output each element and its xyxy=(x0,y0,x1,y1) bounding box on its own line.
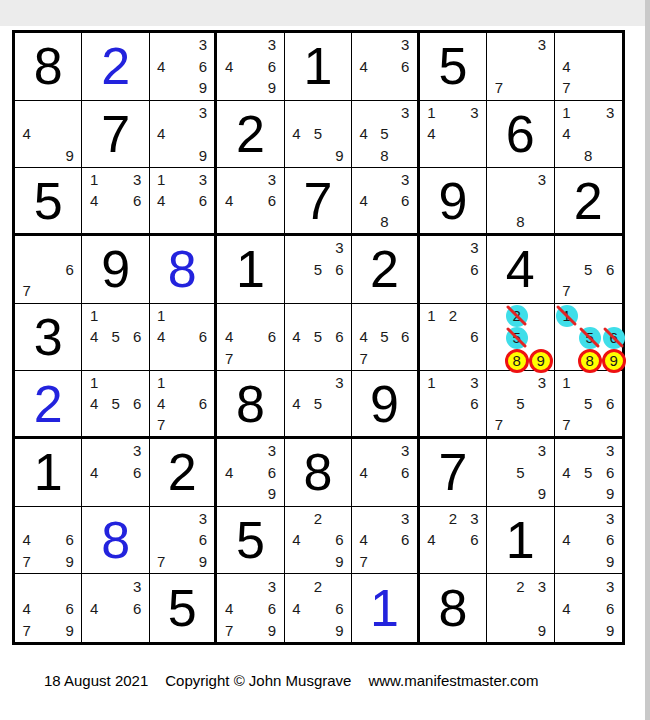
cell-r2c4: 2 xyxy=(217,101,284,169)
candidate: 5 xyxy=(307,393,328,414)
cell-r8c8: 1 xyxy=(487,507,554,575)
candidate: 7 xyxy=(556,414,578,435)
candidate: 3 xyxy=(126,575,147,597)
given-digit: 4 xyxy=(506,243,535,295)
candidate: 1 xyxy=(151,305,172,327)
candidate: 3 xyxy=(531,575,552,597)
candidates: 2469 xyxy=(286,508,350,573)
candidate: 3 xyxy=(126,440,147,462)
cell-r8c4: 5 xyxy=(217,507,284,575)
candidate: 5 xyxy=(577,259,599,281)
candidate: 3 xyxy=(464,102,485,124)
cell-r9c4: 34679 xyxy=(217,574,284,642)
candidate: 3 xyxy=(395,34,416,56)
candidate: 1 xyxy=(421,102,442,124)
candidate: 4 xyxy=(16,529,37,551)
given-digit: 9 xyxy=(370,378,399,430)
candidate: 2 xyxy=(510,575,531,597)
cell-r3c4: 346 xyxy=(217,168,284,236)
candidates: 3469 xyxy=(556,575,621,641)
cell-r2c7: 134 xyxy=(420,101,487,169)
candidates: 4567 xyxy=(353,305,415,370)
candidates: 359 xyxy=(488,440,552,505)
cell-r9c5: 2469 xyxy=(285,574,352,642)
given-digit: 8 xyxy=(34,40,63,92)
candidates: 356 xyxy=(286,237,350,302)
top-band xyxy=(0,0,650,26)
cell-r8c9: 3469 xyxy=(555,507,622,575)
candidate: 4 xyxy=(151,393,172,414)
candidates: 239 xyxy=(488,575,552,641)
given-digit: 5 xyxy=(168,582,197,634)
candidate: 6 xyxy=(599,259,621,281)
cell-r3c1: 5 xyxy=(15,168,82,236)
candidate: 3 xyxy=(261,169,282,190)
candidates: 349 xyxy=(151,102,213,167)
candidates: 136 xyxy=(421,372,485,435)
candidate: 3 xyxy=(599,575,621,597)
candidate: 5 xyxy=(374,326,395,348)
candidates: 37 xyxy=(488,34,552,99)
candidate: 7 xyxy=(556,280,578,302)
cell-r5c6: 4567 xyxy=(352,304,419,372)
candidate: 7 xyxy=(488,414,509,435)
candidate: 4 xyxy=(218,190,239,211)
cell-r2c2: 7 xyxy=(82,101,149,169)
candidate: 3 xyxy=(531,440,552,462)
cell-r6c2: 1456 xyxy=(82,371,149,439)
cell-r8c6: 3467 xyxy=(352,507,419,575)
candidates: 346 xyxy=(218,169,282,232)
given-digit: 2 xyxy=(574,175,603,227)
candidates: 2469 xyxy=(286,575,350,641)
cell-r9c9: 3469 xyxy=(555,574,622,642)
cell-r5c4: 467 xyxy=(217,304,284,372)
footer-date: 18 August 2021 xyxy=(44,672,148,689)
given-digit: 1 xyxy=(236,243,265,295)
solved-digit: 1 xyxy=(370,582,399,634)
candidate: 3 xyxy=(531,372,552,393)
given-digit: 7 xyxy=(101,108,130,160)
candidate: 3 xyxy=(261,575,282,597)
footer: 18 August 2021 Copyright © John Musgrave… xyxy=(44,672,606,689)
candidate: 5 xyxy=(374,123,395,145)
candidate: 6 xyxy=(59,529,80,551)
candidate: 6 xyxy=(193,326,214,348)
cell-r6c8: 357 xyxy=(487,371,554,439)
candidate: 6 xyxy=(599,393,621,414)
candidate: 4 xyxy=(353,326,374,348)
cell-r9c1: 4679 xyxy=(15,574,82,642)
candidate: 5 xyxy=(307,326,328,348)
candidate: 6 xyxy=(193,190,214,211)
cell-r3c5: 7 xyxy=(285,168,352,236)
solved-digit: 2 xyxy=(34,378,63,430)
candidate-eliminated: 6 xyxy=(603,327,625,349)
solved-digit: 8 xyxy=(168,243,197,295)
candidate: 6 xyxy=(261,326,282,348)
given-digit: 1 xyxy=(34,446,63,498)
sudoku-board: 8234693469134653747497349245934581346134… xyxy=(12,30,625,645)
given-digit: 2 xyxy=(236,108,265,160)
candidates: 3467 xyxy=(353,508,415,573)
candidate: 1 xyxy=(83,305,104,327)
candidate: 9 xyxy=(329,145,350,167)
candidate: 4 xyxy=(353,529,374,551)
candidate: 5 xyxy=(510,462,531,484)
candidate: 4 xyxy=(83,462,104,484)
cell-r4c6: 2 xyxy=(352,236,419,304)
candidate: 4 xyxy=(556,123,578,145)
candidate: 4 xyxy=(286,529,307,551)
candidate: 1 xyxy=(421,305,442,327)
candidate: 3 xyxy=(464,508,485,530)
candidate: 3 xyxy=(126,169,147,190)
candidate: 3 xyxy=(464,237,485,259)
candidate: 1 xyxy=(83,169,104,190)
cell-r4c4: 1 xyxy=(217,236,284,304)
cell-r2c9: 1348 xyxy=(555,101,622,169)
candidate: 8 xyxy=(577,145,599,167)
candidate: 6 xyxy=(395,190,416,211)
candidate: 6 xyxy=(329,597,350,619)
footer-website: www.manifestmaster.com xyxy=(368,672,538,689)
candidate: 2 xyxy=(307,575,328,597)
cell-r6c5: 345 xyxy=(285,371,352,439)
candidate: 5 xyxy=(307,123,328,145)
candidate: 7 xyxy=(151,414,172,435)
candidate: 4 xyxy=(286,123,307,145)
candidate: 4 xyxy=(83,326,104,348)
candidates: 38 xyxy=(488,169,552,232)
candidate: 6 xyxy=(395,56,416,78)
candidate: 9 xyxy=(531,619,552,641)
cell-r4c5: 356 xyxy=(285,236,352,304)
right-edge-strip xyxy=(645,0,650,720)
candidate-highlighted: 9 xyxy=(529,349,553,373)
given-digit: 8 xyxy=(304,446,333,498)
candidate: 4 xyxy=(151,123,172,145)
cell-r1c7: 5 xyxy=(420,33,487,101)
candidate: 4 xyxy=(83,393,104,414)
candidates: 1348 xyxy=(556,102,621,167)
candidate: 8 xyxy=(374,211,395,232)
given-digit: 7 xyxy=(304,175,333,227)
cell-r3c6: 3468 xyxy=(352,168,419,236)
candidate: 6 xyxy=(193,56,214,78)
candidate: 3 xyxy=(531,169,552,190)
candidate: 3 xyxy=(531,34,552,56)
candidate: 4 xyxy=(218,56,239,78)
candidate: 5 xyxy=(105,326,126,348)
candidates: 34569 xyxy=(556,440,621,505)
candidate: 6 xyxy=(126,597,147,619)
candidates: 346 xyxy=(353,34,415,99)
candidate: 2 xyxy=(442,508,463,530)
given-digit: 7 xyxy=(438,446,467,498)
cell-r4c1: 67 xyxy=(15,236,82,304)
candidates: 567 xyxy=(556,237,621,302)
candidate: 4 xyxy=(286,393,307,414)
candidates: 4679 xyxy=(16,575,80,641)
candidates: 47 xyxy=(556,34,621,99)
candidate: 1 xyxy=(421,372,442,393)
candidate: 6 xyxy=(261,462,282,484)
given-digit: 1 xyxy=(506,514,535,566)
candidate: 9 xyxy=(599,619,621,641)
candidate: 3 xyxy=(193,508,214,530)
cell-r5c8: 2589 xyxy=(487,304,554,372)
candidate: 8 xyxy=(510,211,531,232)
cell-r1c5: 1 xyxy=(285,33,352,101)
cell-r7c5: 8 xyxy=(285,439,352,507)
cell-r6c1: 2 xyxy=(15,371,82,439)
candidates: 49 xyxy=(16,102,80,167)
cell-r1c8: 37 xyxy=(487,33,554,101)
candidate: 6 xyxy=(395,462,416,484)
candidate: 6 xyxy=(395,326,416,348)
candidates: 345 xyxy=(286,372,350,435)
candidates: 15689 xyxy=(556,305,621,370)
candidate: 4 xyxy=(16,123,37,145)
cell-r9c3: 5 xyxy=(150,574,217,642)
solved-digit: 8 xyxy=(101,514,130,566)
given-digit: 5 xyxy=(438,40,467,92)
candidates: 3469 xyxy=(218,34,282,99)
cell-r3c3: 1346 xyxy=(150,168,217,236)
candidates: 357 xyxy=(488,372,552,435)
candidate: 3 xyxy=(329,372,350,393)
cell-r2c1: 49 xyxy=(15,101,82,169)
candidate: 6 xyxy=(126,190,147,211)
candidate: 9 xyxy=(193,145,214,167)
cell-r6c4: 8 xyxy=(217,371,284,439)
candidates: 3469 xyxy=(151,34,213,99)
candidate: 6 xyxy=(395,529,416,551)
given-digit: 1 xyxy=(304,40,333,92)
candidate: 4 xyxy=(218,326,239,348)
candidate: 1 xyxy=(151,372,172,393)
cell-r2c5: 459 xyxy=(285,101,352,169)
candidates: 67 xyxy=(16,237,80,302)
candidate: 3 xyxy=(261,34,282,56)
candidate-eliminated: 2 xyxy=(506,305,528,327)
given-digit: 2 xyxy=(370,243,399,295)
candidate: 4 xyxy=(16,597,37,619)
candidate: 4 xyxy=(353,56,374,78)
candidate: 6 xyxy=(464,529,485,551)
candidate: 5 xyxy=(577,393,599,414)
cell-r7c4: 3469 xyxy=(217,439,284,507)
candidate: 4 xyxy=(83,597,104,619)
candidate: 4 xyxy=(218,462,239,484)
candidate: 7 xyxy=(556,77,578,99)
candidate: 4 xyxy=(151,56,172,78)
cell-r1c9: 47 xyxy=(555,33,622,101)
candidates: 2589 xyxy=(488,305,552,370)
candidate: 6 xyxy=(261,190,282,211)
candidates: 346 xyxy=(83,575,147,641)
cell-r5c1: 3 xyxy=(15,304,82,372)
candidate: 3 xyxy=(329,237,350,259)
cell-r1c2: 2 xyxy=(82,33,149,101)
candidate: 3 xyxy=(193,169,214,190)
candidate: 6 xyxy=(329,259,350,281)
candidate: 6 xyxy=(126,462,147,484)
candidate: 9 xyxy=(329,551,350,573)
given-digit: 8 xyxy=(236,378,265,430)
solved-digit: 2 xyxy=(101,40,130,92)
cell-r2c8: 6 xyxy=(487,101,554,169)
candidate: 7 xyxy=(16,619,37,641)
candidate: 3 xyxy=(193,34,214,56)
candidates: 146 xyxy=(151,305,213,370)
candidate: 7 xyxy=(353,551,374,573)
candidate: 5 xyxy=(577,462,599,484)
candidates: 1567 xyxy=(556,372,621,435)
candidate: 4 xyxy=(556,529,578,551)
candidate: 4 xyxy=(556,597,578,619)
cell-r9c6: 1 xyxy=(352,574,419,642)
cell-r7c8: 359 xyxy=(487,439,554,507)
candidates: 346 xyxy=(353,440,415,505)
candidates: 4679 xyxy=(16,508,80,573)
candidate: 4 xyxy=(556,56,578,78)
candidates: 3469 xyxy=(218,440,282,505)
candidate: 6 xyxy=(329,326,350,348)
candidate: 6 xyxy=(59,597,80,619)
candidates: 3469 xyxy=(556,508,621,573)
candidates: 467 xyxy=(218,305,282,370)
candidate: 9 xyxy=(599,551,621,573)
given-digit: 8 xyxy=(438,582,467,634)
cell-r5c9: 15689 xyxy=(555,304,622,372)
candidate: 9 xyxy=(531,483,552,505)
candidate: 8 xyxy=(374,145,395,167)
cell-r3c2: 1346 xyxy=(82,168,149,236)
cell-r8c1: 4679 xyxy=(15,507,82,575)
cell-r3c7: 9 xyxy=(420,168,487,236)
candidates: 2346 xyxy=(421,508,485,573)
cell-r3c9: 2 xyxy=(555,168,622,236)
cell-r4c9: 567 xyxy=(555,236,622,304)
cell-r8c7: 2346 xyxy=(420,507,487,575)
candidate: 1 xyxy=(83,372,104,393)
candidate-highlighted: 9 xyxy=(602,349,626,373)
candidate: 9 xyxy=(599,483,621,505)
cell-r5c7: 126 xyxy=(420,304,487,372)
given-digit: 3 xyxy=(34,311,63,363)
candidate: 7 xyxy=(353,348,374,370)
candidate: 3 xyxy=(261,440,282,462)
candidate: 6 xyxy=(193,529,214,551)
candidate: 4 xyxy=(353,123,374,145)
candidate: 6 xyxy=(599,529,621,551)
candidate-eliminated: 5 xyxy=(506,327,528,349)
candidate: 3 xyxy=(599,508,621,530)
candidates: 3458 xyxy=(353,102,415,167)
cell-r7c9: 34569 xyxy=(555,439,622,507)
candidate: 4 xyxy=(218,597,239,619)
cell-r6c3: 1467 xyxy=(150,371,217,439)
candidate: 6 xyxy=(261,56,282,78)
candidate: 9 xyxy=(329,619,350,641)
cell-r8c3: 3679 xyxy=(150,507,217,575)
cell-r1c6: 346 xyxy=(352,33,419,101)
cell-r2c6: 3458 xyxy=(352,101,419,169)
candidate: 9 xyxy=(59,145,80,167)
cell-r9c8: 239 xyxy=(487,574,554,642)
candidate: 6 xyxy=(126,393,147,414)
cell-r6c9: 1567 xyxy=(555,371,622,439)
candidate: 1 xyxy=(556,372,578,393)
candidate: 9 xyxy=(193,77,214,99)
cell-r7c6: 346 xyxy=(352,439,419,507)
cell-r7c1: 1 xyxy=(15,439,82,507)
candidate: 1 xyxy=(556,102,578,124)
candidate: 3 xyxy=(395,102,416,124)
candidates: 134 xyxy=(421,102,485,167)
cell-r1c1: 8 xyxy=(15,33,82,101)
cell-r4c3: 8 xyxy=(150,236,217,304)
candidate: 4 xyxy=(556,462,578,484)
given-digit: 9 xyxy=(438,175,467,227)
candidates: 1456 xyxy=(83,305,147,370)
candidate: 4 xyxy=(353,190,374,211)
cell-r3c8: 38 xyxy=(487,168,554,236)
candidate: 4 xyxy=(151,190,172,211)
candidates: 3679 xyxy=(151,508,213,573)
candidates: 126 xyxy=(421,305,485,370)
candidates: 3468 xyxy=(353,169,415,232)
cell-r9c7: 8 xyxy=(420,574,487,642)
candidate: 3 xyxy=(395,440,416,462)
candidates: 1467 xyxy=(151,372,213,435)
candidate: 7 xyxy=(218,348,239,370)
candidate: 3 xyxy=(395,508,416,530)
given-digit: 5 xyxy=(34,175,63,227)
candidate: 9 xyxy=(193,551,214,573)
cell-r5c3: 146 xyxy=(150,304,217,372)
cell-r2c3: 349 xyxy=(150,101,217,169)
candidate: 7 xyxy=(488,77,509,99)
candidates: 456 xyxy=(286,305,350,370)
candidate: 9 xyxy=(59,551,80,573)
candidate: 6 xyxy=(464,393,485,414)
candidate: 6 xyxy=(599,462,621,484)
candidates: 459 xyxy=(286,102,350,167)
cell-r9c2: 346 xyxy=(82,574,149,642)
candidate: 3 xyxy=(599,440,621,462)
candidate: 4 xyxy=(353,462,374,484)
candidate: 6 xyxy=(193,393,214,414)
candidates: 1456 xyxy=(83,372,147,435)
cell-r7c2: 346 xyxy=(82,439,149,507)
cell-r1c4: 3469 xyxy=(217,33,284,101)
candidate: 6 xyxy=(464,326,485,348)
cell-r6c6: 9 xyxy=(352,371,419,439)
candidate: 4 xyxy=(421,123,442,145)
candidate: 1 xyxy=(151,169,172,190)
cell-r4c2: 9 xyxy=(82,236,149,304)
candidate: 6 xyxy=(59,259,80,281)
candidate: 9 xyxy=(261,619,282,641)
candidate-highlighted: 8 xyxy=(505,349,529,373)
candidate: 5 xyxy=(105,393,126,414)
candidates: 34679 xyxy=(218,575,282,641)
candidate: 7 xyxy=(16,280,37,302)
candidate: 6 xyxy=(329,529,350,551)
